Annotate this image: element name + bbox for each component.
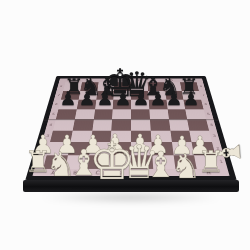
black-pawn-g7: ♟ [165,89,182,108]
black-pawn-c7: ♟ [96,89,113,108]
black-pawn-b7: ♟ [78,89,95,108]
black-pawn-d7: ♟ [114,89,131,108]
black-pawn-e7: ♟ [132,89,149,108]
white-knight-g1: ♞ [171,149,201,183]
black-pawn-h7: ♟ [182,89,199,108]
product-photo-scene: ABCDEFGH 87654321 87654321 ABCDEFGH ♜♞♝♚… [0,0,250,250]
white-rook-h1: ♜ [198,147,225,177]
black-pawn-f7: ♟ [149,89,166,108]
white-king-d1: ♚ [89,135,136,187]
black-pawn-a7: ♟ [59,89,76,108]
pieces-layer: ♜♞♝♚♛♝♞♜♟♟♟♟♟♟♟♟♟♟♟♟♟♟♟♟♜♞♝♚♛♝♞♜♝ [0,0,250,250]
